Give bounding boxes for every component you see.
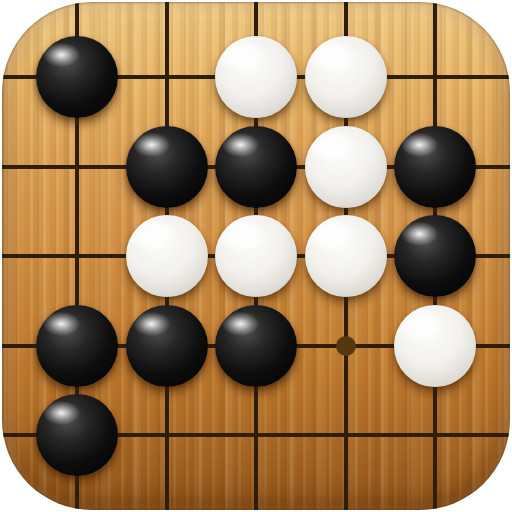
white-stone-c3r1[interactable] — [305, 126, 387, 208]
white-stone-c3r2[interactable] — [305, 215, 387, 297]
black-stone-c4r1[interactable] — [394, 126, 476, 208]
black-stone-c0r0[interactable] — [36, 36, 118, 118]
go-board-icon — [2, 2, 510, 510]
white-stone-c4r3[interactable] — [394, 305, 476, 387]
white-stone-c2r0[interactable] — [215, 36, 297, 118]
star-point-hoshi — [336, 336, 356, 356]
black-stone-c0r4[interactable] — [36, 394, 118, 476]
black-stone-c2r3[interactable] — [215, 305, 297, 387]
white-stone-c2r2[interactable] — [215, 215, 297, 297]
go-board[interactable] — [2, 2, 510, 510]
white-stone-c1r2[interactable] — [126, 215, 208, 297]
black-stone-c1r3[interactable] — [126, 305, 208, 387]
black-stone-c0r3[interactable] — [36, 305, 118, 387]
white-stone-c3r0[interactable] — [305, 36, 387, 118]
black-stone-c2r1[interactable] — [215, 126, 297, 208]
black-stone-c1r1[interactable] — [126, 126, 208, 208]
black-stone-c4r2[interactable] — [394, 215, 476, 297]
